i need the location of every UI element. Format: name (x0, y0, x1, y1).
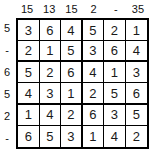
cell-r2c4[interactable]: 3 (83, 41, 105, 62)
left-clues-column: 5-652- (0, 18, 16, 149)
cell-r4c4[interactable]: 2 (83, 83, 105, 104)
left-clue-1: 5 (0, 18, 16, 40)
cell-r1c6[interactable]: 1 (126, 20, 148, 41)
cell-r3c6[interactable]: 3 (126, 62, 148, 83)
left-clue-2: - (0, 40, 16, 62)
top-clue-3: 15 (60, 0, 82, 18)
cell-r3c2[interactable]: 2 (40, 62, 62, 83)
cell-r1c1[interactable]: 3 (18, 20, 40, 41)
cell-r5c2[interactable]: 4 (40, 105, 62, 126)
left-clue-6: - (0, 127, 16, 149)
left-clue-4: 5 (0, 84, 16, 106)
cell-r2c6[interactable]: 4 (126, 41, 148, 62)
cell-r3c1[interactable]: 5 (18, 62, 40, 83)
cell-r1c4[interactable]: 5 (83, 20, 105, 41)
cell-r6c4[interactable]: 1 (83, 126, 105, 147)
cell-r5c4[interactable]: 6 (83, 105, 105, 126)
cell-r2c2[interactable]: 1 (40, 41, 62, 62)
top-clue-1: 15 (16, 0, 38, 18)
top-clue-4: 2 (82, 0, 104, 18)
cell-r4c1[interactable]: 4 (18, 83, 40, 104)
cell-r6c6[interactable]: 2 (126, 126, 148, 147)
cell-r1c2[interactable]: 6 (40, 20, 62, 41)
left-clue-5: 2 (0, 105, 16, 127)
cell-r2c3[interactable]: 5 (61, 41, 83, 62)
cell-r2c5[interactable]: 6 (104, 41, 126, 62)
cell-r1c5[interactable]: 2 (104, 20, 126, 41)
cell-r3c4[interactable]: 4 (83, 62, 105, 83)
cell-r6c3[interactable]: 3 (61, 126, 83, 147)
cell-r4c2[interactable]: 3 (40, 83, 62, 104)
corner-spacer (0, 0, 16, 18)
cell-r2c1[interactable]: 2 (18, 41, 40, 62)
cell-r3c5[interactable]: 1 (104, 62, 126, 83)
cell-r6c5[interactable]: 4 (104, 126, 126, 147)
cell-r3c3[interactable]: 6 (61, 62, 83, 83)
cell-r6c2[interactable]: 5 (40, 126, 62, 147)
cell-r4c6[interactable]: 6 (126, 83, 148, 104)
cell-r5c3[interactable]: 2 (61, 105, 83, 126)
cell-r5c1[interactable]: 1 (18, 105, 40, 126)
cell-r1c3[interactable]: 4 (61, 20, 83, 41)
cell-r5c5[interactable]: 3 (104, 105, 126, 126)
top-clue-2: 13 (38, 0, 60, 18)
left-clue-3: 6 (0, 62, 16, 84)
cell-r4c3[interactable]: 1 (61, 83, 83, 104)
sudoku-board: 364521215364526413431256142635653142 (16, 18, 149, 149)
puzzle-layout: 1513152-35 5-652- 3645212153645264134312… (0, 0, 150, 150)
cell-r5c6[interactable]: 5 (126, 105, 148, 126)
cell-r4c5[interactable]: 5 (104, 83, 126, 104)
top-clues-row: 1513152-35 (16, 0, 149, 18)
top-clue-6: 35 (127, 0, 149, 18)
top-clue-5: - (105, 0, 127, 18)
cell-r6c1[interactable]: 6 (18, 126, 40, 147)
